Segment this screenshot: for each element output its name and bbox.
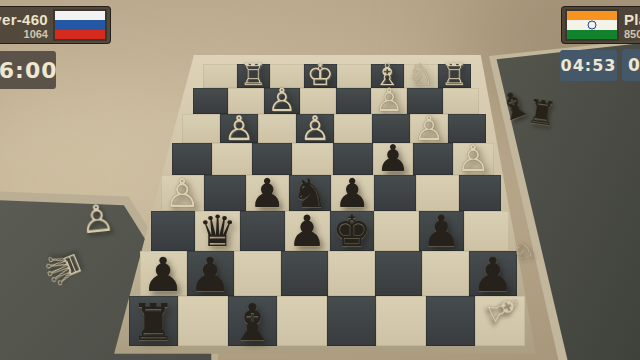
india-flag-icon: [565, 9, 619, 41]
square-f2[interactable]: ♙: [264, 88, 300, 114]
piece-black-pawn-e6[interactable]: ♟: [288, 210, 327, 253]
captured-white-pawn: ♙: [78, 198, 116, 239]
square-a1[interactable]: ♖: [438, 64, 472, 88]
piece-white-rook-g1[interactable]: ♖: [240, 60, 267, 90]
piece-black-pawn-c4[interactable]: ♟: [376, 140, 409, 177]
square-f5[interactable]: ♟: [246, 175, 289, 211]
ashoka-chakra-icon: [567, 20, 617, 29]
square-f8[interactable]: ♝: [228, 296, 278, 346]
square-c4[interactable]: ♟: [373, 143, 413, 175]
table-background: ♖♔♗♘♖♙♙♙♙♙♟♙♙♟♞♟♛♟♚♟♟♟♟♜♝ ♙♕♝♜♘♗ yer-460…: [0, 0, 640, 360]
piece-black-bishop-f8[interactable]: ♝: [229, 297, 275, 348]
piece-white-pawn-a4[interactable]: ♙: [457, 140, 490, 177]
piece-black-pawn-f5[interactable]: ♟: [249, 173, 285, 213]
captured-white-knight: ♘: [510, 236, 536, 264]
piece-white-rook-a1[interactable]: ♖: [441, 60, 468, 90]
piece-white-pawn-e3[interactable]: ♙: [300, 111, 330, 145]
square-g7[interactable]: ♟: [187, 251, 234, 296]
square-c2[interactable]: ♙: [371, 88, 407, 114]
square-d6[interactable]: ♚: [330, 211, 375, 251]
square-h8[interactable]: ♜: [129, 296, 179, 346]
square-g6[interactable]: ♛: [195, 211, 240, 251]
square-e3[interactable]: ♙: [296, 114, 334, 143]
square-h7[interactable]: ♟: [140, 251, 187, 296]
piece-black-king-d6[interactable]: ♚: [333, 210, 372, 253]
piece-white-pawn-h5[interactable]: ♙: [164, 173, 200, 213]
square-a4[interactable]: ♙: [453, 143, 493, 175]
square-g3[interactable]: ♙: [220, 114, 258, 143]
piece-white-pawn-b3[interactable]: ♙: [414, 111, 444, 145]
captured-black-rook: ♜: [525, 94, 559, 131]
piece-white-pawn-f2[interactable]: ♙: [268, 84, 297, 116]
piece-black-pawn-g7[interactable]: ♟: [189, 251, 231, 298]
square-g1[interactable]: ♖: [237, 64, 271, 88]
clock-left: 06:00: [0, 51, 56, 89]
piece-white-king-e1[interactable]: ♔: [307, 60, 334, 90]
square-e1[interactable]: ♔: [304, 64, 338, 88]
clock-right-secondary: 0: [622, 49, 640, 81]
russia-flag-icon: [53, 9, 107, 41]
piece-white-knight-b1[interactable]: ♘: [407, 60, 434, 90]
piece-black-pawn-b6[interactable]: ♟: [422, 210, 461, 253]
player-badge-right: Pla 850: [561, 6, 640, 44]
clock-right: 04:53: [560, 50, 617, 81]
square-b3[interactable]: ♙: [410, 114, 448, 143]
square-h5[interactable]: ♙: [161, 175, 204, 211]
square-b6[interactable]: ♟: [419, 211, 464, 251]
piece-black-rook-h8[interactable]: ♜: [130, 297, 176, 348]
piece-white-pawn-g3[interactable]: ♙: [224, 111, 254, 145]
piece-black-pawn-h7[interactable]: ♟: [142, 251, 184, 298]
player-left-name: yer-460: [0, 11, 48, 28]
player-right-name: Pla: [624, 11, 640, 28]
square-b1[interactable]: ♘: [404, 64, 438, 88]
player-right-rating: 850: [624, 28, 640, 40]
square-e6[interactable]: ♟: [285, 211, 330, 251]
player-left-rating: 1064: [24, 28, 48, 40]
player-badge-left: yer-460 1064: [0, 6, 111, 44]
piece-white-pawn-c2[interactable]: ♙: [375, 84, 404, 116]
